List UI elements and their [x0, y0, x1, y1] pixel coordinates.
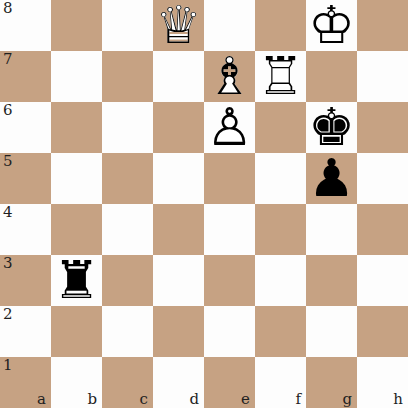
- white-king-icon: ♔: [308, 0, 355, 51]
- square-a5[interactable]: 5: [0, 153, 51, 204]
- square-d1[interactable]: d: [153, 357, 204, 408]
- square-d8[interactable]: ♛♕: [153, 0, 204, 51]
- black-rook[interactable]: ♜: [51, 255, 102, 306]
- square-f3[interactable]: [255, 255, 306, 306]
- square-g2[interactable]: [306, 306, 357, 357]
- square-f7[interactable]: ♜♖: [255, 51, 306, 102]
- square-c4[interactable]: [102, 204, 153, 255]
- black-pawn[interactable]: ♟: [306, 153, 357, 204]
- square-a4[interactable]: 4: [0, 204, 51, 255]
- square-f4[interactable]: [255, 204, 306, 255]
- white-king-fill: ♚: [308, 0, 355, 51]
- square-h7[interactable]: [357, 51, 408, 102]
- square-e7[interactable]: ♝♗: [204, 51, 255, 102]
- rank-label-7: 7: [3, 52, 13, 67]
- square-f1[interactable]: f: [255, 357, 306, 408]
- square-b7[interactable]: [51, 51, 102, 102]
- square-a6[interactable]: 6: [0, 102, 51, 153]
- square-d2[interactable]: [153, 306, 204, 357]
- square-b3[interactable]: ♜: [51, 255, 102, 306]
- file-label-g: g: [342, 392, 352, 407]
- square-c2[interactable]: [102, 306, 153, 357]
- square-g7[interactable]: [306, 51, 357, 102]
- file-label-c: c: [140, 392, 148, 407]
- square-b2[interactable]: [51, 306, 102, 357]
- rank-label-5: 5: [3, 154, 13, 169]
- square-c8[interactable]: [102, 0, 153, 51]
- square-d4[interactable]: [153, 204, 204, 255]
- square-f6[interactable]: [255, 102, 306, 153]
- square-d7[interactable]: [153, 51, 204, 102]
- square-e1[interactable]: e: [204, 357, 255, 408]
- black-pawn-icon: ♟: [308, 153, 355, 204]
- square-h3[interactable]: [357, 255, 408, 306]
- square-a7[interactable]: 7: [0, 51, 51, 102]
- square-c6[interactable]: [102, 102, 153, 153]
- white-bishop[interactable]: ♝♗: [204, 51, 255, 102]
- square-f2[interactable]: [255, 306, 306, 357]
- white-bishop-icon: ♗: [206, 51, 253, 102]
- white-king[interactable]: ♚♔: [306, 0, 357, 51]
- square-b1[interactable]: b: [51, 357, 102, 408]
- square-c1[interactable]: c: [102, 357, 153, 408]
- file-label-e: e: [241, 392, 250, 407]
- white-rook-icon: ♖: [257, 51, 304, 102]
- white-rook-fill: ♜: [257, 51, 304, 102]
- square-d6[interactable]: [153, 102, 204, 153]
- rank-label-3: 3: [3, 256, 13, 271]
- square-b5[interactable]: [51, 153, 102, 204]
- black-king-icon: ♚: [308, 102, 355, 153]
- white-pawn[interactable]: ♟♙: [204, 102, 255, 153]
- square-g6[interactable]: ♚: [306, 102, 357, 153]
- file-label-b: b: [87, 392, 97, 407]
- square-e4[interactable]: [204, 204, 255, 255]
- square-c5[interactable]: [102, 153, 153, 204]
- square-b4[interactable]: [51, 204, 102, 255]
- square-h1[interactable]: h: [357, 357, 408, 408]
- square-g5[interactable]: ♟: [306, 153, 357, 204]
- square-b8[interactable]: [51, 0, 102, 51]
- square-a2[interactable]: 2: [0, 306, 51, 357]
- square-a3[interactable]: 3: [0, 255, 51, 306]
- square-a1[interactable]: 1a: [0, 357, 51, 408]
- white-pawn-fill: ♟: [206, 102, 253, 153]
- white-bishop-fill: ♝: [206, 51, 253, 102]
- square-e6[interactable]: ♟♙: [204, 102, 255, 153]
- white-pawn-icon: ♙: [206, 102, 253, 153]
- square-e2[interactable]: [204, 306, 255, 357]
- square-g3[interactable]: [306, 255, 357, 306]
- square-b6[interactable]: [51, 102, 102, 153]
- square-f8[interactable]: [255, 0, 306, 51]
- black-rook-icon: ♜: [53, 255, 100, 306]
- file-label-a: a: [37, 392, 46, 407]
- square-e3[interactable]: [204, 255, 255, 306]
- square-c3[interactable]: [102, 255, 153, 306]
- square-e5[interactable]: [204, 153, 255, 204]
- square-h8[interactable]: [357, 0, 408, 51]
- white-queen-icon: ♕: [155, 0, 202, 51]
- black-king[interactable]: ♚: [306, 102, 357, 153]
- file-label-d: d: [189, 392, 199, 407]
- rank-label-8: 8: [3, 1, 13, 16]
- white-queen[interactable]: ♛♕: [153, 0, 204, 51]
- file-label-f: f: [295, 392, 301, 407]
- square-h4[interactable]: [357, 204, 408, 255]
- square-e8[interactable]: [204, 0, 255, 51]
- rank-label-1: 1: [3, 358, 13, 373]
- square-c7[interactable]: [102, 51, 153, 102]
- file-label-h: h: [393, 392, 403, 407]
- white-queen-fill: ♛: [155, 0, 202, 51]
- square-g8[interactable]: ♚♔: [306, 0, 357, 51]
- square-h5[interactable]: [357, 153, 408, 204]
- square-d5[interactable]: [153, 153, 204, 204]
- square-f5[interactable]: [255, 153, 306, 204]
- square-g1[interactable]: g: [306, 357, 357, 408]
- rank-label-2: 2: [3, 307, 13, 322]
- rank-label-4: 4: [3, 205, 13, 220]
- white-rook[interactable]: ♜♖: [255, 51, 306, 102]
- square-d3[interactable]: [153, 255, 204, 306]
- square-g4[interactable]: [306, 204, 357, 255]
- chess-board: 8♛♕♚♔7♝♗♜♖6♟♙♚5♟43♜21abcdefgh: [0, 0, 408, 408]
- square-h6[interactable]: [357, 102, 408, 153]
- rank-label-6: 6: [3, 103, 13, 118]
- square-h2[interactable]: [357, 306, 408, 357]
- square-a8[interactable]: 8: [0, 0, 51, 51]
